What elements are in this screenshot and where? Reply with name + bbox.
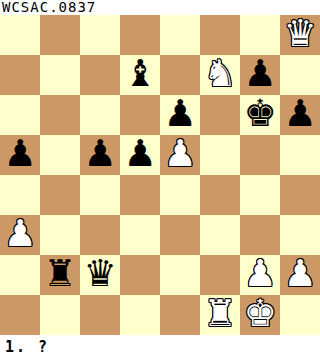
square-h7[interactable]	[280, 55, 320, 95]
piece-white-knight: ♞	[203, 55, 236, 92]
square-h2[interactable]: ♟	[280, 255, 320, 295]
square-e1[interactable]	[160, 295, 200, 335]
piece-black-rook: ♜	[43, 255, 76, 292]
square-a6[interactable]	[0, 95, 40, 135]
square-c8[interactable]	[80, 15, 120, 55]
square-c6[interactable]	[80, 95, 120, 135]
chess-puzzle-window: WCSAC.0837 ♛♝♞♟♟♚♟♟♟♟♟♟♜♛♟♟♜♚ 1. ?	[0, 0, 320, 360]
square-e5[interactable]: ♟	[160, 135, 200, 175]
square-h6[interactable]: ♟	[280, 95, 320, 135]
square-a3[interactable]: ♟	[0, 215, 40, 255]
piece-white-pawn: ♟	[3, 215, 36, 252]
square-a5[interactable]: ♟	[0, 135, 40, 175]
square-d2[interactable]	[120, 255, 160, 295]
square-f7[interactable]: ♞	[200, 55, 240, 95]
square-f3[interactable]	[200, 215, 240, 255]
square-e3[interactable]	[160, 215, 200, 255]
piece-black-pawn: ♟	[3, 135, 36, 172]
square-g2[interactable]: ♟	[240, 255, 280, 295]
square-h5[interactable]	[280, 135, 320, 175]
square-g8[interactable]	[240, 15, 280, 55]
square-d7[interactable]: ♝	[120, 55, 160, 95]
square-c3[interactable]	[80, 215, 120, 255]
square-h1[interactable]	[280, 295, 320, 335]
square-b5[interactable]	[40, 135, 80, 175]
chess-board: ♛♝♞♟♟♚♟♟♟♟♟♟♜♛♟♟♜♚	[0, 15, 320, 335]
square-a2[interactable]	[0, 255, 40, 295]
square-c4[interactable]	[80, 175, 120, 215]
square-d6[interactable]	[120, 95, 160, 135]
square-b7[interactable]	[40, 55, 80, 95]
square-d8[interactable]	[120, 15, 160, 55]
square-a7[interactable]	[0, 55, 40, 95]
square-h8[interactable]: ♛	[280, 15, 320, 55]
square-g1[interactable]: ♚	[240, 295, 280, 335]
piece-white-rook: ♜	[203, 295, 236, 332]
move-prompt: 1. ?	[5, 337, 49, 357]
square-e6[interactable]: ♟	[160, 95, 200, 135]
square-d3[interactable]	[120, 215, 160, 255]
square-g3[interactable]	[240, 215, 280, 255]
square-a8[interactable]	[0, 15, 40, 55]
square-g5[interactable]	[240, 135, 280, 175]
square-e8[interactable]	[160, 15, 200, 55]
square-g6[interactable]: ♚	[240, 95, 280, 135]
square-g7[interactable]: ♟	[240, 55, 280, 95]
square-d4[interactable]	[120, 175, 160, 215]
piece-black-pawn: ♟	[123, 135, 156, 172]
piece-black-pawn: ♟	[83, 135, 116, 172]
piece-black-bishop: ♝	[123, 55, 156, 92]
square-c1[interactable]	[80, 295, 120, 335]
piece-black-king: ♚	[243, 95, 276, 132]
square-b8[interactable]	[40, 15, 80, 55]
piece-black-queen: ♛	[83, 255, 116, 292]
square-b4[interactable]	[40, 175, 80, 215]
square-b3[interactable]	[40, 215, 80, 255]
square-c2[interactable]: ♛	[80, 255, 120, 295]
square-f8[interactable]	[200, 15, 240, 55]
square-a4[interactable]	[0, 175, 40, 215]
square-a1[interactable]	[0, 295, 40, 335]
square-f6[interactable]	[200, 95, 240, 135]
piece-white-pawn: ♟	[283, 255, 316, 292]
piece-white-queen: ♛	[283, 15, 316, 52]
square-b2[interactable]: ♜	[40, 255, 80, 295]
square-d5[interactable]: ♟	[120, 135, 160, 175]
square-f1[interactable]: ♜	[200, 295, 240, 335]
square-h3[interactable]	[280, 215, 320, 255]
square-e4[interactable]	[160, 175, 200, 215]
square-f5[interactable]	[200, 135, 240, 175]
piece-black-pawn: ♟	[283, 95, 316, 132]
piece-white-king: ♚	[243, 295, 276, 332]
piece-white-pawn: ♟	[243, 255, 276, 292]
square-c7[interactable]	[80, 55, 120, 95]
piece-black-pawn: ♟	[163, 95, 196, 132]
square-h4[interactable]	[280, 175, 320, 215]
square-b6[interactable]	[40, 95, 80, 135]
puzzle-id-label: WCSAC.0837	[2, 0, 96, 15]
square-g4[interactable]	[240, 175, 280, 215]
square-e7[interactable]	[160, 55, 200, 95]
square-d1[interactable]	[120, 295, 160, 335]
square-f4[interactable]	[200, 175, 240, 215]
square-c5[interactable]: ♟	[80, 135, 120, 175]
square-e2[interactable]	[160, 255, 200, 295]
piece-black-pawn: ♟	[243, 55, 276, 92]
square-f2[interactable]	[200, 255, 240, 295]
piece-white-pawn: ♟	[163, 135, 196, 172]
square-b1[interactable]	[40, 295, 80, 335]
